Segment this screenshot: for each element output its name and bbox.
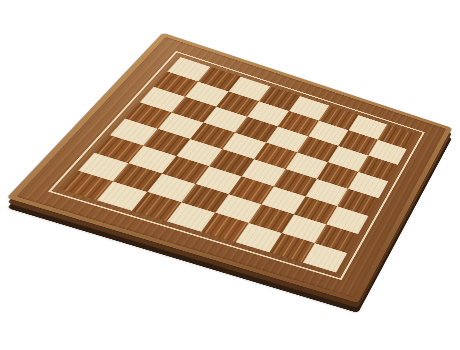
product-photo-scene <box>0 0 460 350</box>
chess-board <box>7 33 452 303</box>
